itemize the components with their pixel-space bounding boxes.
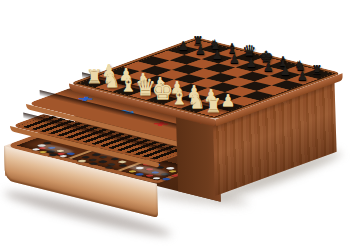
drawer-game-piece bbox=[89, 158, 98, 161]
drawer-game-piece bbox=[76, 159, 87, 162]
drawer-game-piece bbox=[97, 160, 108, 163]
drawer-game-piece bbox=[152, 177, 161, 180]
product-photo-stage: ✖✖✖ ♜♞♝♛♚♝♞♜♟♟♟♟♟♟♟♟♟♟♟♟♟♟♟♟♜♞♝♛♚♝♞♜ bbox=[0, 0, 350, 250]
drawer-game-piece bbox=[59, 155, 68, 158]
drawer-game-piece bbox=[82, 156, 91, 159]
drawer-game-piece bbox=[32, 148, 41, 151]
drawer-game-piece bbox=[89, 162, 98, 165]
drawer-game-piece bbox=[39, 151, 48, 154]
drawer-game-piece bbox=[99, 156, 108, 159]
drawer-game-piece bbox=[117, 160, 128, 163]
drawer-game-piece bbox=[168, 170, 177, 173]
drawer-game-piece bbox=[105, 166, 114, 169]
